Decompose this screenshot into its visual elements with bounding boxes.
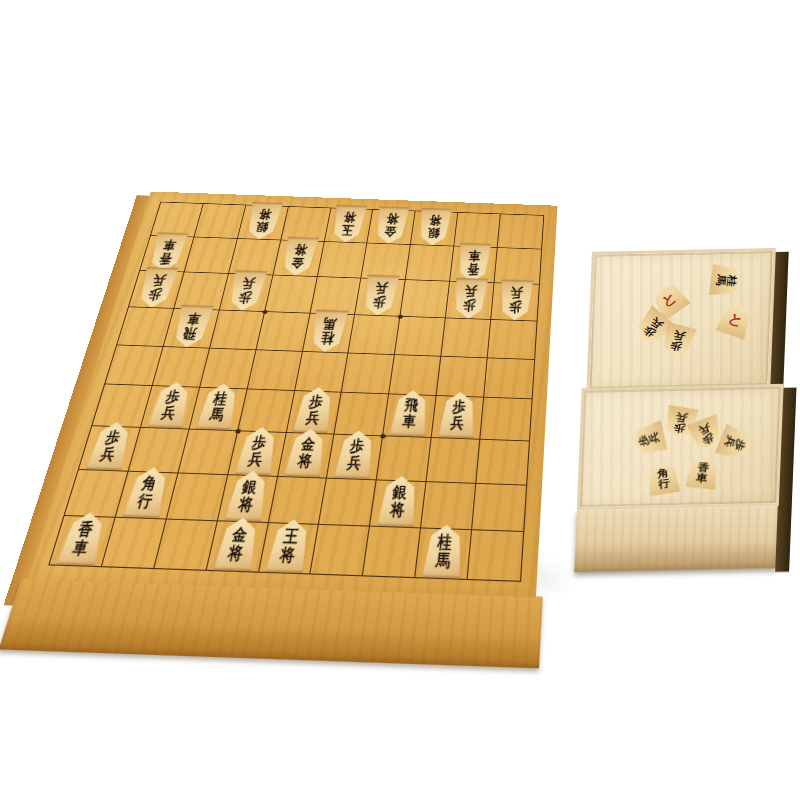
square-1c[interactable]: 歩 兵 xyxy=(491,283,539,321)
square-4e[interactable] xyxy=(342,353,395,395)
square-4d[interactable] xyxy=(349,315,401,355)
shogi-piece-sente-王将[interactable]: 王 将 xyxy=(265,518,312,573)
square-5i[interactable]: 王 将 xyxy=(259,523,320,573)
shogi-piece-gote-香車[interactable]: 香 車 xyxy=(456,242,492,282)
shogi-piece-sente-香車[interactable]: 香 車 xyxy=(56,511,109,566)
shogi-piece-sente-金将[interactable]: 金 将 xyxy=(213,517,262,572)
square-3b[interactable] xyxy=(406,245,454,282)
piece-box-bottom-surface: 歩 兵歩 兵歩 兵歩 兵角 行香 車 xyxy=(577,384,784,510)
square-5f[interactable]: 歩 兵 xyxy=(286,391,342,435)
shogi-piece-sente-飛車[interactable]: 飛 車 xyxy=(389,390,430,438)
square-2g[interactable] xyxy=(427,438,481,484)
shogi-piece-sente-桂馬[interactable]: 桂 馬 xyxy=(195,383,241,430)
square-4b[interactable] xyxy=(362,243,411,280)
piece-box-top-surface: 桂 馬と歩 兵歩 兵と xyxy=(586,248,776,392)
square-5d[interactable]: 桂 馬 xyxy=(302,313,355,353)
shogi-piece-gote-桂馬[interactable]: 桂 馬 xyxy=(308,309,349,352)
board-surface: 銀 将玉 将金 将銀 将香 車金 将香 車歩 兵歩 兵歩 兵歩 兵歩 兵飛 車桂… xyxy=(28,192,558,598)
page-background: { "game": "shogi", "scene": "wooden shog… xyxy=(0,0,800,800)
square-3c[interactable] xyxy=(401,280,451,318)
square-6h[interactable]: 銀 将 xyxy=(217,475,277,523)
square-5h[interactable] xyxy=(268,477,327,525)
square-1f[interactable] xyxy=(480,398,531,442)
square-3g[interactable] xyxy=(377,437,432,483)
shogi-piece-sente-歩兵[interactable]: 歩 兵 xyxy=(334,430,377,480)
shogi-piece-gote-飛車[interactable]: 飛 車 xyxy=(169,304,213,347)
square-2c[interactable]: 歩 兵 xyxy=(446,281,495,319)
square-3h[interactable]: 銀 将 xyxy=(370,481,426,529)
square-1g[interactable] xyxy=(476,440,529,486)
square-6c[interactable] xyxy=(265,275,318,313)
square-2f[interactable]: 歩 兵 xyxy=(432,396,484,440)
box-piece-香車[interactable]: 香 車 xyxy=(684,456,720,490)
square-6d[interactable] xyxy=(256,312,310,352)
square-7a[interactable]: 銀 将 xyxy=(238,205,289,240)
shogi-piece-sente-角行[interactable]: 角 行 xyxy=(122,467,172,519)
shogi-piece-sente-銀将[interactable]: 銀 将 xyxy=(224,470,271,522)
box-piece-歩兵[interactable]: 歩 兵 xyxy=(631,420,668,458)
square-6g[interactable]: 歩 兵 xyxy=(228,432,286,478)
square-4a[interactable]: 金 将 xyxy=(368,210,416,245)
square-3d[interactable] xyxy=(395,316,446,356)
square-5a[interactable]: 玉 将 xyxy=(324,208,373,243)
square-5b[interactable] xyxy=(317,242,367,279)
square-4g[interactable]: 歩 兵 xyxy=(327,435,383,481)
square-1b[interactable] xyxy=(495,248,542,285)
square-5g[interactable]: 金 将 xyxy=(277,433,334,479)
piece-box-bottom-front-face xyxy=(574,506,778,572)
square-1h[interactable] xyxy=(472,484,526,532)
square-5c[interactable] xyxy=(310,277,362,315)
shogi-piece-gote-歩兵[interactable]: 歩 兵 xyxy=(498,279,534,321)
box-piece-と[interactable]: と xyxy=(715,301,755,340)
square-6e[interactable] xyxy=(247,350,302,392)
shogi-piece-gote-玉将[interactable]: 玉 将 xyxy=(330,205,368,243)
box-piece-桂馬[interactable]: 桂 馬 xyxy=(709,264,744,297)
shogi-piece-sente-歩兵[interactable]: 歩 兵 xyxy=(234,427,280,477)
square-4f[interactable] xyxy=(335,393,390,437)
square-6f[interactable] xyxy=(238,390,295,434)
shogi-piece-gote-香車[interactable]: 香 車 xyxy=(146,232,189,272)
square-4c[interactable]: 歩 兵 xyxy=(355,278,406,316)
square-3f[interactable]: 飛 車 xyxy=(383,395,436,439)
square-2i[interactable]: 桂 馬 xyxy=(415,529,472,579)
shogi-piece-sente-桂馬[interactable]: 桂 馬 xyxy=(422,524,465,579)
shogi-piece-sente-金将[interactable]: 金 将 xyxy=(284,428,329,478)
box-piece-角行[interactable]: 角 行 xyxy=(646,461,680,496)
square-6a[interactable] xyxy=(281,207,331,242)
shogi-piece-gote-歩兵[interactable]: 歩 兵 xyxy=(452,277,489,319)
shogi-piece-gote-歩兵[interactable]: 歩 兵 xyxy=(135,267,179,308)
shogi-piece-gote-銀将[interactable]: 銀 将 xyxy=(417,208,453,246)
shogi-piece-sente-歩兵[interactable]: 歩 兵 xyxy=(438,392,478,440)
square-2a[interactable] xyxy=(454,213,500,248)
shogi-piece-sente-歩兵[interactable]: 歩 兵 xyxy=(147,382,194,429)
square-4h[interactable] xyxy=(319,479,377,527)
shogi-piece-sente-歩兵[interactable]: 歩 兵 xyxy=(85,422,135,472)
square-3e[interactable] xyxy=(389,355,441,397)
square-3a[interactable]: 銀 将 xyxy=(411,211,458,246)
square-2b[interactable]: 香 車 xyxy=(450,246,497,283)
shogi-piece-gote-金将[interactable]: 金 将 xyxy=(373,206,410,244)
piece-box-bottom[interactable]: 歩 兵歩 兵歩 兵歩 兵角 行香 車 xyxy=(574,384,783,572)
square-2e[interactable] xyxy=(437,356,488,398)
shogi-piece-gote-銀将[interactable]: 銀 将 xyxy=(243,202,283,240)
square-6b[interactable]: 金 将 xyxy=(273,240,324,276)
square-3i[interactable] xyxy=(363,527,421,577)
square-1d[interactable] xyxy=(488,320,537,360)
shogi-piece-sente-歩兵[interactable]: 歩 兵 xyxy=(292,387,335,435)
shogi-piece-gote-歩兵[interactable]: 歩 兵 xyxy=(225,270,267,312)
square-2d[interactable] xyxy=(441,318,491,358)
box-piece-歩兵[interactable]: 歩 兵 xyxy=(715,424,755,463)
square-5e[interactable] xyxy=(295,351,349,393)
square-1i[interactable] xyxy=(468,530,523,580)
square-4i[interactable] xyxy=(311,525,370,575)
square-2h[interactable] xyxy=(421,482,476,530)
shogi-board: 銀 将玉 将金 将銀 将香 車金 将香 車歩 兵歩 兵歩 兵歩 兵歩 兵飛 車桂… xyxy=(28,192,558,598)
shogi-piece-sente-銀将[interactable]: 銀 将 xyxy=(377,475,420,527)
shogi-piece-gote-歩兵[interactable]: 歩 兵 xyxy=(361,274,400,316)
square-1e[interactable] xyxy=(484,358,534,400)
shogi-piece-gote-金将[interactable]: 金 将 xyxy=(279,236,319,276)
square-1a[interactable] xyxy=(498,214,544,249)
